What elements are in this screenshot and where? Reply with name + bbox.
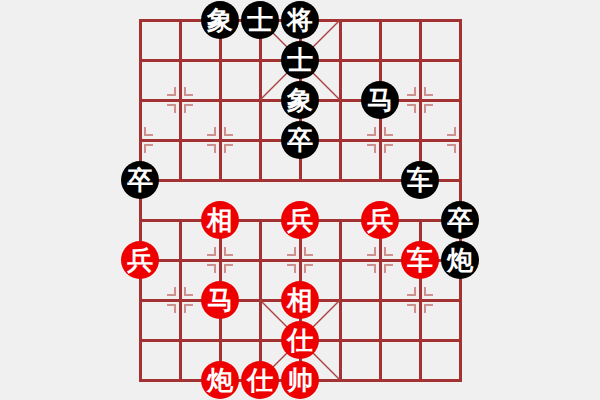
- piece-red-advisor[interactable]: 仕: [281, 321, 319, 359]
- piece-red-pawn[interactable]: 兵: [361, 201, 399, 239]
- piece-black-general[interactable]: 将: [281, 1, 319, 39]
- piece-black-advisor[interactable]: 士: [241, 1, 279, 39]
- piece-black-pawn[interactable]: 卒: [281, 121, 319, 159]
- piece-red-horse[interactable]: 马: [201, 281, 239, 319]
- piece-red-chariot[interactable]: 车: [401, 241, 439, 279]
- piece-red-general[interactable]: 帅: [281, 361, 319, 399]
- piece-red-cannon[interactable]: 炮: [201, 361, 239, 399]
- piece-black-cannon[interactable]: 炮: [441, 241, 479, 279]
- piece-red-pawn[interactable]: 兵: [281, 201, 319, 239]
- board-grid: 象士将士象马卒卒车卒炮相兵兵兵车马相仕炮仕帅: [120, 0, 480, 400]
- piece-red-elephant[interactable]: 相: [281, 281, 319, 319]
- xiangqi-diagram: 象士将士象马卒卒车卒炮相兵兵兵车马相仕炮仕帅: [0, 0, 600, 400]
- piece-black-pawn[interactable]: 卒: [121, 161, 159, 199]
- piece-red-pawn[interactable]: 兵: [121, 241, 159, 279]
- piece-black-elephant[interactable]: 象: [201, 1, 239, 39]
- piece-black-horse[interactable]: 马: [361, 81, 399, 119]
- xiangqi-board[interactable]: 象士将士象马卒卒车卒炮相兵兵兵车马相仕炮仕帅: [120, 0, 480, 400]
- piece-black-advisor[interactable]: 士: [281, 41, 319, 79]
- piece-black-elephant[interactable]: 象: [281, 81, 319, 119]
- piece-black-pawn[interactable]: 卒: [441, 201, 479, 239]
- piece-red-advisor[interactable]: 仕: [241, 361, 279, 399]
- piece-black-chariot[interactable]: 车: [401, 161, 439, 199]
- piece-red-elephant[interactable]: 相: [201, 201, 239, 239]
